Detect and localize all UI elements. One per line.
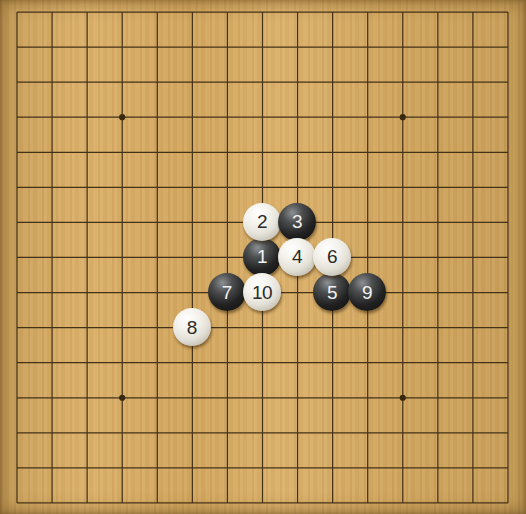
stone-black-9[interactable]: 9 (348, 273, 386, 311)
move-number: 8 (187, 318, 197, 337)
move-number: 3 (292, 212, 302, 231)
stone-white-6[interactable]: 6 (313, 238, 351, 276)
stone-black-1[interactable]: 1 (243, 238, 281, 276)
stone-white-2[interactable]: 2 (243, 203, 281, 241)
move-number: 10 (252, 283, 272, 302)
move-number: 9 (362, 283, 372, 302)
move-number: 5 (327, 283, 337, 302)
go-board[interactable]: 12345678910 (0, 0, 526, 514)
stone-white-10[interactable]: 10 (243, 273, 281, 311)
move-number: 2 (257, 212, 267, 231)
stone-black-5[interactable]: 5 (313, 273, 351, 311)
stone-white-4[interactable]: 4 (278, 238, 316, 276)
move-number: 6 (327, 247, 337, 266)
stone-white-8[interactable]: 8 (173, 308, 211, 346)
move-number: 1 (257, 247, 267, 266)
stone-black-3[interactable]: 3 (278, 203, 316, 241)
stone-black-7[interactable]: 7 (208, 273, 246, 311)
stones-layer: 12345678910 (0, 0, 526, 514)
move-number: 7 (222, 283, 232, 302)
move-number: 4 (292, 247, 302, 266)
